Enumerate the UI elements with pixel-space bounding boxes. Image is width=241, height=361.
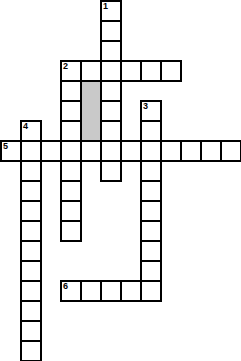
- clue-number-2: 2: [63, 62, 68, 71]
- cell-r7-c6[interactable]: [120, 140, 142, 162]
- clue-number-6: 6: [63, 282, 68, 291]
- cell-r2-c5[interactable]: [100, 40, 122, 62]
- cell-r17-c1[interactable]: [20, 340, 42, 361]
- cell-r3-c4[interactable]: [80, 60, 102, 82]
- cell-r6-c5[interactable]: [100, 120, 122, 142]
- cell-r7-c1[interactable]: [20, 140, 42, 162]
- clue-number-4: 4: [23, 122, 28, 131]
- cell-r9-c1[interactable]: [20, 180, 42, 202]
- cell-r7-c7[interactable]: [140, 140, 162, 162]
- cell-r6-c3[interactable]: [60, 120, 82, 142]
- shaded-block: [80, 80, 102, 142]
- cell-r3-c8[interactable]: [160, 60, 182, 82]
- cell-r1-c5[interactable]: [100, 20, 122, 42]
- cell-r16-c1[interactable]: [20, 320, 42, 342]
- cell-r13-c1[interactable]: [20, 260, 42, 282]
- cell-r6-c7[interactable]: [140, 120, 162, 142]
- cell-r7-c10[interactable]: [200, 140, 222, 162]
- cell-r7-c8[interactable]: [160, 140, 182, 162]
- cell-r12-c7[interactable]: [140, 240, 162, 262]
- cell-r10-c7[interactable]: [140, 200, 162, 222]
- cell-r12-c1[interactable]: [20, 240, 42, 262]
- cell-r13-c7[interactable]: [140, 260, 162, 282]
- cell-r9-c3[interactable]: [60, 180, 82, 202]
- cell-r7-c9[interactable]: [180, 140, 202, 162]
- cell-r11-c7[interactable]: [140, 220, 162, 242]
- cell-r11-c3[interactable]: [60, 220, 82, 242]
- cell-r7-c3[interactable]: [60, 140, 82, 162]
- cell-r10-c1[interactable]: [20, 200, 42, 222]
- cell-r14-c7[interactable]: [140, 280, 162, 302]
- cell-r9-c7[interactable]: [140, 180, 162, 202]
- cell-r11-c1[interactable]: [20, 220, 42, 242]
- cell-r14-c5[interactable]: [100, 280, 122, 302]
- clue-number-5: 5: [3, 142, 8, 151]
- cell-r15-c1[interactable]: [20, 300, 42, 322]
- cell-r8-c5[interactable]: [100, 160, 122, 182]
- cell-r7-c4[interactable]: [80, 140, 102, 162]
- cell-r14-c1[interactable]: [20, 280, 42, 302]
- cell-r3-c6[interactable]: [120, 60, 142, 82]
- cell-r4-c3[interactable]: [60, 80, 82, 102]
- cell-r7-c5[interactable]: [100, 140, 122, 162]
- cell-r8-c3[interactable]: [60, 160, 82, 182]
- cell-r3-c5[interactable]: [100, 60, 122, 82]
- clue-number-1: 1: [103, 2, 108, 11]
- crossword-board: 123456: [0, 0, 241, 361]
- cell-r7-c2[interactable]: [40, 140, 62, 162]
- cell-r4-c5[interactable]: [100, 80, 122, 102]
- cell-r8-c1[interactable]: [20, 160, 42, 182]
- cell-r14-c4[interactable]: [80, 280, 102, 302]
- cell-r3-c7[interactable]: [140, 60, 162, 82]
- cell-r5-c5[interactable]: [100, 100, 122, 122]
- cell-r8-c7[interactable]: [140, 160, 162, 182]
- cell-r14-c6[interactable]: [120, 280, 142, 302]
- cell-r10-c3[interactable]: [60, 200, 82, 222]
- clue-number-3: 3: [143, 102, 148, 111]
- cell-r5-c3[interactable]: [60, 100, 82, 122]
- cell-r7-c11[interactable]: [220, 140, 241, 162]
